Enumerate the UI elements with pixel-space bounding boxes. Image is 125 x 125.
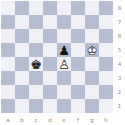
black-pawn: ♟ xyxy=(57,43,71,57)
black-king: ♚ xyxy=(29,57,43,71)
square-e5[interactable]: ♟ xyxy=(57,43,71,57)
square-h4[interactable] xyxy=(99,57,113,71)
square-d2[interactable] xyxy=(43,85,57,99)
square-f3[interactable] xyxy=(71,71,85,85)
rank-label-3: 3 xyxy=(114,71,125,85)
square-b6[interactable] xyxy=(15,29,29,43)
rank-labels: 87654321 xyxy=(114,1,125,113)
square-f8[interactable] xyxy=(71,1,85,15)
square-b5[interactable] xyxy=(15,43,29,57)
file-label-f: f xyxy=(71,114,85,125)
square-d6[interactable] xyxy=(43,29,57,43)
square-f5[interactable] xyxy=(71,43,85,57)
white-pawn: ♟♙ xyxy=(57,57,71,71)
file-label-b: b xyxy=(15,114,29,125)
square-a5[interactable] xyxy=(1,43,15,57)
square-c8[interactable] xyxy=(29,1,43,15)
rank-label-6: 6 xyxy=(114,29,125,43)
square-b2[interactable] xyxy=(15,85,29,99)
square-a2[interactable] xyxy=(1,85,15,99)
square-g2[interactable] xyxy=(85,85,99,99)
rank-label-8: 8 xyxy=(114,1,125,15)
white-king: ♚♔ xyxy=(85,43,99,57)
square-f1[interactable] xyxy=(71,99,85,113)
square-b3[interactable] xyxy=(15,71,29,85)
square-g7[interactable] xyxy=(85,15,99,29)
square-h3[interactable] xyxy=(99,71,113,85)
square-e7[interactable] xyxy=(57,15,71,29)
file-label-c: c xyxy=(29,114,43,125)
square-g4[interactable] xyxy=(85,57,99,71)
file-label-e: e xyxy=(57,114,71,125)
square-e3[interactable] xyxy=(57,71,71,85)
square-h1[interactable] xyxy=(99,99,113,113)
square-b4[interactable] xyxy=(15,57,29,71)
square-h7[interactable] xyxy=(99,15,113,29)
file-labels: abcdefgh xyxy=(1,114,113,125)
square-a7[interactable] xyxy=(1,15,15,29)
square-e1[interactable] xyxy=(57,99,71,113)
file-label-h: h xyxy=(99,114,113,125)
square-a8[interactable] xyxy=(1,1,15,15)
square-g1[interactable] xyxy=(85,99,99,113)
square-d5[interactable] xyxy=(43,43,57,57)
rank-label-2: 2 xyxy=(114,85,125,99)
square-d8[interactable] xyxy=(43,1,57,15)
square-h6[interactable] xyxy=(99,29,113,43)
square-a3[interactable] xyxy=(1,71,15,85)
square-c7[interactable] xyxy=(29,15,43,29)
square-d3[interactable] xyxy=(43,71,57,85)
file-label-a: a xyxy=(1,114,15,125)
square-d7[interactable] xyxy=(43,15,57,29)
square-f6[interactable] xyxy=(71,29,85,43)
square-b1[interactable] xyxy=(15,99,29,113)
square-e4[interactable]: ♟♙ xyxy=(57,57,71,71)
square-f7[interactable] xyxy=(71,15,85,29)
square-d4[interactable] xyxy=(43,57,57,71)
square-c4[interactable]: ♚ xyxy=(29,57,43,71)
square-f2[interactable] xyxy=(71,85,85,99)
square-b8[interactable] xyxy=(15,1,29,15)
square-e8[interactable] xyxy=(57,1,71,15)
square-g6[interactable] xyxy=(85,29,99,43)
rank-label-1: 1 xyxy=(114,99,125,113)
square-c5[interactable] xyxy=(29,43,43,57)
square-a4[interactable] xyxy=(1,57,15,71)
square-f4[interactable] xyxy=(71,57,85,71)
square-h2[interactable] xyxy=(99,85,113,99)
square-e6[interactable] xyxy=(57,29,71,43)
chess-board: ♟♚♔♚♟♙ xyxy=(1,1,113,113)
square-e2[interactable] xyxy=(57,85,71,99)
square-c3[interactable] xyxy=(29,71,43,85)
square-c1[interactable] xyxy=(29,99,43,113)
rank-label-7: 7 xyxy=(114,15,125,29)
file-label-d: d xyxy=(43,114,57,125)
square-d1[interactable] xyxy=(43,99,57,113)
rank-label-5: 5 xyxy=(114,43,125,57)
square-a6[interactable] xyxy=(1,29,15,43)
rank-label-4: 4 xyxy=(114,57,125,71)
square-g5[interactable]: ♚♔ xyxy=(85,43,99,57)
square-b7[interactable] xyxy=(15,15,29,29)
square-h5[interactable] xyxy=(99,43,113,57)
square-a1[interactable] xyxy=(1,99,15,113)
square-c2[interactable] xyxy=(29,85,43,99)
chess-board-area: ♟♚♔♚♟♙ 87654321 abcdefgh xyxy=(1,1,125,125)
square-h8[interactable] xyxy=(99,1,113,15)
square-g8[interactable] xyxy=(85,1,99,15)
square-g3[interactable] xyxy=(85,71,99,85)
square-c6[interactable] xyxy=(29,29,43,43)
file-label-g: g xyxy=(85,114,99,125)
